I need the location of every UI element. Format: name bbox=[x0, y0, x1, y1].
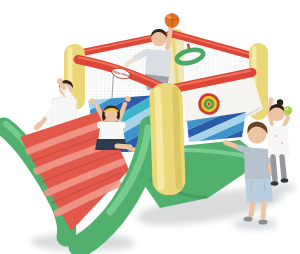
girl-right bbox=[268, 97, 292, 185]
bounce-house-scene: little tikes bbox=[0, 0, 300, 254]
green-ball bbox=[284, 106, 292, 114]
product-photo-stage: little tikes bbox=[0, 0, 300, 254]
orange-ball bbox=[165, 13, 180, 28]
front-corner-post bbox=[149, 82, 186, 195]
